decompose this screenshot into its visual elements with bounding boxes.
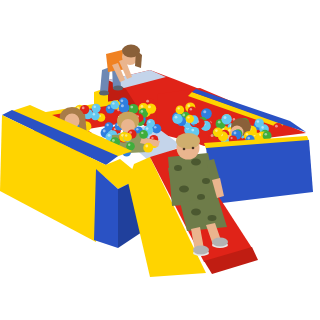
boy-camo-spot — [197, 194, 205, 200]
boy-hair — [176, 133, 200, 149]
ball-highlight — [128, 144, 130, 146]
climbing-girl-shoe-left — [99, 91, 109, 96]
ball-highlight — [178, 107, 180, 109]
scene-canvas — [0, 0, 320, 320]
ball-highlight — [141, 110, 144, 113]
ball-highlight — [190, 108, 192, 110]
boy-eye-left — [183, 148, 186, 151]
ball-highlight — [136, 128, 138, 130]
ball-highlight — [265, 133, 268, 136]
play-ball — [176, 106, 185, 115]
ball-highlight — [224, 116, 227, 119]
play-ball — [143, 143, 153, 153]
ball-highlight — [112, 102, 114, 104]
ball-highlight — [125, 134, 127, 136]
play-ball — [188, 107, 196, 115]
ball-highlight — [187, 104, 190, 107]
ball-highlight — [261, 126, 264, 129]
ball-highlight — [187, 116, 189, 118]
boy-camo-spot — [179, 186, 189, 193]
boy-camo-spot — [202, 178, 210, 184]
play-ball — [213, 128, 223, 138]
ball-highlight — [257, 120, 260, 123]
ball-highlight — [141, 132, 143, 134]
ball-highlight — [112, 139, 115, 142]
ball-highlight — [93, 113, 95, 115]
ball-highlight — [154, 126, 157, 129]
boy-sneaker-left — [193, 246, 209, 255]
ball-highlight — [121, 99, 124, 102]
boy-camo-spot — [191, 159, 201, 166]
play-ball — [92, 104, 101, 113]
boy-camo-spot — [174, 165, 182, 171]
play-ball — [123, 133, 132, 142]
ball-highlight — [141, 105, 144, 108]
ball-highlight — [130, 106, 133, 109]
play-ball — [146, 103, 156, 113]
ball-highlight — [146, 127, 149, 130]
ball-highlight — [228, 129, 231, 132]
ball-highlight — [246, 133, 249, 136]
ball-highlight — [82, 107, 85, 110]
ball-highlight — [275, 125, 278, 128]
ball-highlight — [108, 134, 111, 137]
play-ball — [139, 130, 148, 139]
ball-highlight — [146, 100, 149, 103]
ball-highlight — [191, 129, 194, 132]
ball-highlight — [148, 105, 151, 108]
boy-eye-right — [192, 147, 195, 150]
ball-highlight — [106, 124, 108, 126]
ball-highlight — [151, 137, 153, 139]
boy-sneaker-right — [212, 238, 228, 247]
ball-highlight — [121, 104, 124, 107]
ball-highlight — [231, 137, 233, 139]
ball-highlight — [203, 110, 206, 113]
ball-pit-product-photo — [0, 0, 320, 320]
play-ball — [91, 111, 100, 120]
ball-highlight — [215, 129, 218, 132]
ball-highlight — [182, 114, 185, 117]
play-ball — [186, 115, 194, 123]
ball-highlight — [175, 116, 178, 119]
play-ball — [173, 114, 183, 124]
climbing-girl-shoe-right — [113, 86, 123, 91]
ball-highlight — [218, 121, 221, 124]
ball-highlight — [234, 132, 237, 135]
play-ball — [221, 114, 231, 124]
play-ball — [273, 123, 283, 133]
boy-camo-spot — [191, 209, 201, 216]
ball-highlight — [148, 121, 150, 123]
ball-highlight — [145, 145, 148, 148]
ball-highlight — [108, 106, 111, 109]
play-ball — [119, 102, 130, 113]
boy-camo-spot — [208, 215, 217, 221]
ball-highlight — [93, 106, 96, 109]
play-ball — [110, 101, 119, 110]
ball-highlight — [247, 137, 250, 140]
ball-highlight — [103, 130, 106, 133]
